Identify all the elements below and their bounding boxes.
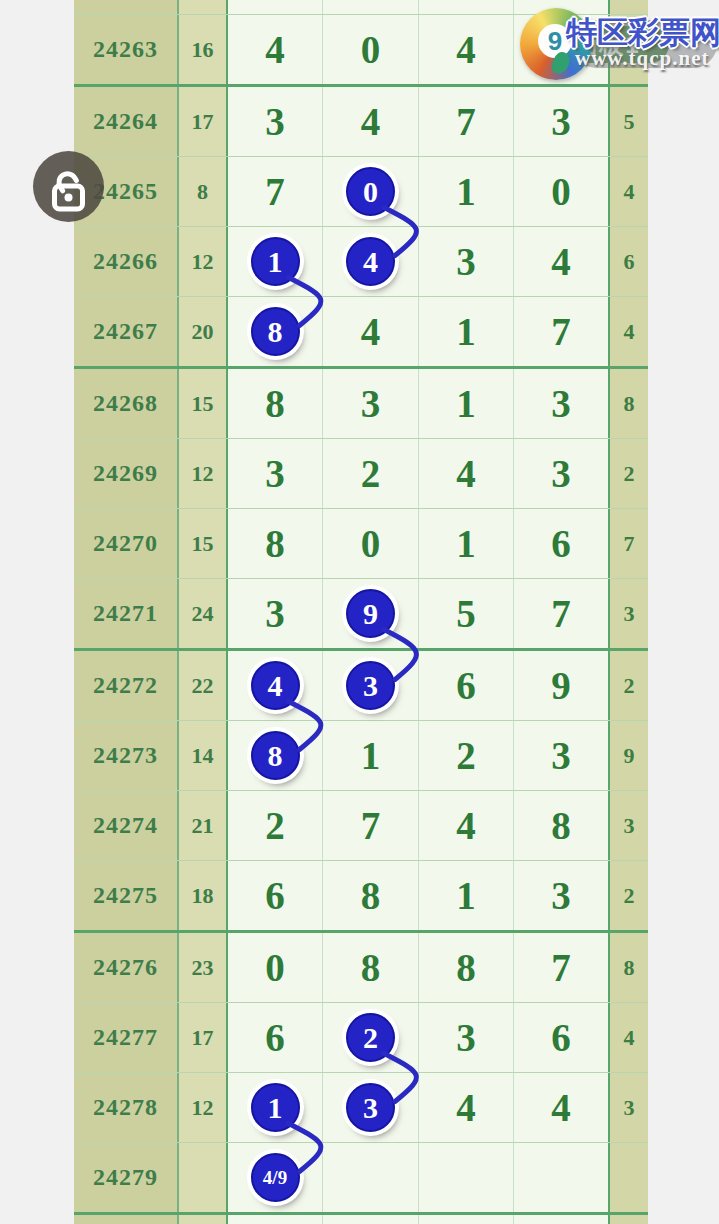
cell-d4: 6 <box>514 509 610 578</box>
cell-extra: 2 <box>610 651 648 720</box>
cell-issue: 24278 <box>74 1073 179 1142</box>
circled-number: 4/9 <box>251 1153 300 1202</box>
row-24268: 242681583138 <box>74 369 648 439</box>
cell-sum: 14 <box>179 721 228 790</box>
cell-extra: 3 <box>610 791 648 860</box>
cell-d1: 2 <box>228 791 323 860</box>
cell-d4: 6 <box>514 1003 610 1072</box>
circled-number: 1 <box>251 237 300 286</box>
cell-extra: 5 <box>610 87 648 156</box>
row-24277: 242771762364 <box>74 1003 648 1073</box>
cell-issue: 24276 <box>74 933 179 1002</box>
cell-issue: 24271 <box>74 579 179 648</box>
cell-d4: 7 <box>514 579 610 648</box>
cell-d4: 4 <box>514 227 610 296</box>
cell-d4: 7 <box>514 933 610 1002</box>
cell-d2: 4 <box>323 87 419 156</box>
cell-sum: 17 <box>179 87 228 156</box>
cell-d3 <box>419 1215 514 1224</box>
cell-issue: 24279 <box>74 1143 179 1212</box>
cell-d2: 2 <box>323 439 419 508</box>
cell-d4: 8 <box>514 791 610 860</box>
cell-extra: 8 <box>610 933 648 1002</box>
cell-d1: 0 <box>228 933 323 1002</box>
row-24279: 242794/9 <box>74 1143 648 1215</box>
cell-extra: 8 <box>610 369 648 438</box>
cell-d2: 8 <box>323 861 419 930</box>
row-24270: 242701580167 <box>74 509 648 579</box>
cell-d2 <box>323 0 419 14</box>
cell-d4: 3 <box>514 87 610 156</box>
cell-extra: 4 <box>610 1003 648 1072</box>
row-24267: 242672084174 <box>74 297 648 369</box>
cell-d1: 8 <box>228 509 323 578</box>
cell-d2: 3 <box>323 369 419 438</box>
cell-issue: 24264 <box>74 87 179 156</box>
circled-number: 0 <box>346 167 395 216</box>
cell-issue: 24266 <box>74 227 179 296</box>
cell-d3: 5 <box>419 579 514 648</box>
cell-d3: 1 <box>419 861 514 930</box>
cell-sum: 8 <box>179 157 228 226</box>
partial-row <box>74 1215 648 1224</box>
cell-issue <box>74 0 179 14</box>
cell-issue <box>74 1215 179 1224</box>
cell-d4: 4 <box>514 1073 610 1142</box>
row-24264: 242641734735 <box>74 87 648 157</box>
row-24276: 242762308878 <box>74 933 648 1003</box>
cell-d3: 6 <box>419 651 514 720</box>
circled-number: 3 <box>346 1083 395 1132</box>
cell-d1 <box>228 1215 323 1224</box>
site-watermark: 画板1 9 特区彩票网 www.tqcp.net <box>513 4 719 84</box>
cell-issue: 24277 <box>74 1003 179 1072</box>
circled-number: 9 <box>346 589 395 638</box>
cell-d4: 3 <box>514 721 610 790</box>
cell-extra: 2 <box>610 861 648 930</box>
row-24265: 24265870104 <box>74 157 648 227</box>
cell-extra <box>610 1143 648 1212</box>
row-24278: 242781213443 <box>74 1073 648 1143</box>
cell-d2: 0 <box>323 157 419 226</box>
cell-d2 <box>323 1215 419 1224</box>
cell-sum: 12 <box>179 439 228 508</box>
cell-issue: 24270 <box>74 509 179 578</box>
cell-d2: 0 <box>323 509 419 578</box>
cell-d3: 8 <box>419 933 514 1002</box>
circled-number: 2 <box>346 1013 395 1062</box>
cell-sum: 15 <box>179 509 228 578</box>
cell-d4: 3 <box>514 369 610 438</box>
cell-d3: 2 <box>419 721 514 790</box>
cell-d1: 3 <box>228 579 323 648</box>
trend-table: 2426316404824264173473524265870104242661… <box>74 0 648 1224</box>
cell-d4: 0 <box>514 157 610 226</box>
cell-d3: 4 <box>419 1073 514 1142</box>
cell-d3: 1 <box>419 369 514 438</box>
cell-d1: 4/9 <box>228 1143 323 1212</box>
cell-sum <box>179 0 228 14</box>
cell-d3: 7 <box>419 87 514 156</box>
cell-issue: 24275 <box>74 861 179 930</box>
cell-d1: 4 <box>228 651 323 720</box>
cell-issue: 24263 <box>74 15 179 84</box>
cell-d4: 7 <box>514 297 610 366</box>
row-24273: 242731481239 <box>74 721 648 791</box>
cell-d2 <box>323 1143 419 1212</box>
cell-d4 <box>514 1215 610 1224</box>
cell-sum: 22 <box>179 651 228 720</box>
cell-issue: 24267 <box>74 297 179 366</box>
cell-d4 <box>514 1143 610 1212</box>
cell-d2: 3 <box>323 651 419 720</box>
cell-sum: 20 <box>179 297 228 366</box>
cell-d2: 1 <box>323 721 419 790</box>
cell-d1: 1 <box>228 1073 323 1142</box>
cell-d3: 4 <box>419 439 514 508</box>
row-24272: 242722243692 <box>74 651 648 721</box>
cell-sum: 15 <box>179 369 228 438</box>
cell-sum <box>179 1215 228 1224</box>
cell-sum <box>179 1143 228 1212</box>
cell-d1: 7 <box>228 157 323 226</box>
row-24266: 242661214346 <box>74 227 648 297</box>
cell-d3: 4 <box>419 791 514 860</box>
cell-d1 <box>228 0 323 14</box>
cell-extra: 2 <box>610 439 648 508</box>
cell-sum: 21 <box>179 791 228 860</box>
cell-issue: 24274 <box>74 791 179 860</box>
cell-d1: 3 <box>228 439 323 508</box>
cell-issue: 24269 <box>74 439 179 508</box>
cell-extra: 4 <box>610 297 648 366</box>
cell-sum: 24 <box>179 579 228 648</box>
site-url: www.tqcp.net <box>575 46 710 71</box>
cell-d1: 8 <box>228 721 323 790</box>
cell-issue: 24273 <box>74 721 179 790</box>
cell-extra: 3 <box>610 579 648 648</box>
cell-sum: 17 <box>179 1003 228 1072</box>
cell-d2: 4 <box>323 297 419 366</box>
cell-d1: 3 <box>228 87 323 156</box>
circled-number: 4 <box>346 237 395 286</box>
cell-d4: 3 <box>514 861 610 930</box>
cell-d2: 4 <box>323 227 419 296</box>
cell-extra <box>610 1215 648 1224</box>
cell-extra: 6 <box>610 227 648 296</box>
lock-button[interactable] <box>33 151 104 222</box>
cell-issue: 24272 <box>74 651 179 720</box>
cell-d2: 2 <box>323 1003 419 1072</box>
cell-sum: 23 <box>179 933 228 1002</box>
cell-d3: 1 <box>419 297 514 366</box>
row-24269: 242691232432 <box>74 439 648 509</box>
cell-d3: 3 <box>419 227 514 296</box>
cell-d3: 1 <box>419 157 514 226</box>
lottery-trend-screenshot: 2426316404824264173473524265870104242661… <box>0 0 719 1224</box>
circled-number: 8 <box>251 307 300 356</box>
cell-d2: 0 <box>323 15 419 84</box>
circled-number: 3 <box>346 661 395 710</box>
row-24274: 242742127483 <box>74 791 648 861</box>
cell-d1: 6 <box>228 1003 323 1072</box>
circled-number: 1 <box>251 1083 300 1132</box>
circled-number: 8 <box>251 731 300 780</box>
cell-d2: 3 <box>323 1073 419 1142</box>
cell-d2: 7 <box>323 791 419 860</box>
cell-d1: 4 <box>228 15 323 84</box>
cell-d1: 1 <box>228 227 323 296</box>
cell-d4: 3 <box>514 439 610 508</box>
cell-d1: 6 <box>228 861 323 930</box>
row-24271: 242712439573 <box>74 579 648 651</box>
cell-issue: 24268 <box>74 369 179 438</box>
cell-sum: 12 <box>179 227 228 296</box>
cell-d4: 9 <box>514 651 610 720</box>
cell-d3 <box>419 1143 514 1212</box>
cell-d1: 8 <box>228 297 323 366</box>
cell-sum: 18 <box>179 861 228 930</box>
cell-d3: 1 <box>419 509 514 578</box>
circled-number: 4 <box>251 661 300 710</box>
cell-d3: 3 <box>419 1003 514 1072</box>
cell-extra: 3 <box>610 1073 648 1142</box>
cell-d2: 9 <box>323 579 419 648</box>
cell-d3: 4 <box>419 15 514 84</box>
cell-sum: 12 <box>179 1073 228 1142</box>
cell-extra: 7 <box>610 509 648 578</box>
cell-sum: 16 <box>179 15 228 84</box>
cell-d1: 8 <box>228 369 323 438</box>
cell-d3 <box>419 0 514 14</box>
cell-extra: 9 <box>610 721 648 790</box>
lock-open-icon <box>33 151 104 222</box>
row-24275: 242751868132 <box>74 861 648 933</box>
cell-extra: 4 <box>610 157 648 226</box>
cell-d2: 8 <box>323 933 419 1002</box>
